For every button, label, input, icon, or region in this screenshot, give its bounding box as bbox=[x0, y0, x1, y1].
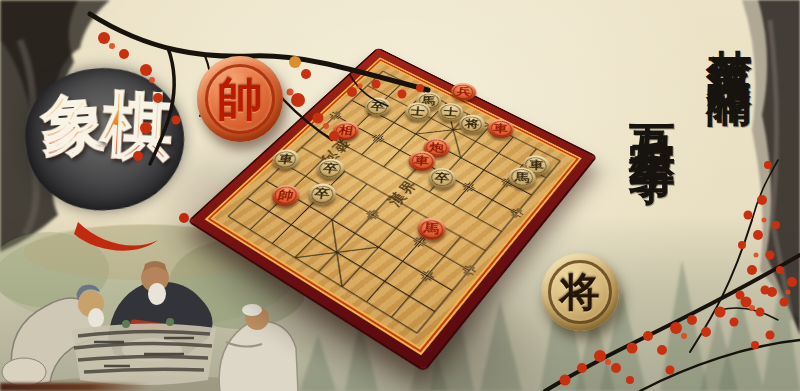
bottom-left-ink-strip bbox=[0, 383, 150, 391]
piece-glyph: 兵 bbox=[456, 87, 471, 98]
xiangqi-piece-red: 兵 bbox=[446, 80, 480, 104]
xiangqi-piece-red: 車 bbox=[483, 116, 518, 142]
piece-glyph: 卒 bbox=[370, 101, 386, 112]
logo-char-qi: 棋 bbox=[100, 89, 174, 163]
xiangqi-piece-red: 馬 bbox=[412, 214, 451, 245]
piece-glyph: 士 bbox=[443, 107, 458, 118]
xiangqi-piece-black: 卒 bbox=[360, 94, 395, 119]
xiangqi-logo: 象 棋 bbox=[20, 60, 195, 220]
logo-char-xiang: 象 bbox=[40, 91, 108, 159]
slogan-chu-he-han-jie: 楚河汉界相隔 bbox=[707, 12, 753, 54]
piece-glyph: 卒 bbox=[434, 172, 450, 184]
black-general-glyph: 将 bbox=[560, 272, 600, 312]
xiangqi-piece-black: 卒 bbox=[303, 180, 341, 209]
xiangqi-piece-red: 相 bbox=[328, 118, 364, 144]
piece-glyph: 車 bbox=[493, 123, 508, 134]
piece-glyph: 帥 bbox=[277, 189, 295, 202]
slogan-wan-ma-qian-jun: 万马千军纷争 bbox=[630, 88, 676, 130]
piece-glyph: 車 bbox=[277, 153, 294, 165]
decorative-red-general-piece: 帥 bbox=[197, 56, 283, 142]
xiangqi-piece-red: 帥 bbox=[266, 181, 304, 210]
piece-glyph: 卒 bbox=[322, 163, 339, 175]
piece-glyph: 馬 bbox=[514, 171, 529, 183]
xiangqi-piece-black: 車 bbox=[267, 146, 304, 174]
piece-glyph: 車 bbox=[529, 159, 544, 171]
piece-glyph: 車 bbox=[414, 155, 430, 167]
red-general-glyph: 帥 bbox=[217, 76, 263, 122]
piece-glyph: 卒 bbox=[313, 188, 330, 201]
decorative-black-general-piece: 将 bbox=[541, 253, 619, 331]
piece-glyph: 炮 bbox=[429, 142, 445, 154]
ink-wash-rock-right bbox=[700, 0, 800, 360]
piece-glyph: 馬 bbox=[423, 222, 440, 236]
piece-glyph: 将 bbox=[464, 118, 479, 129]
xiangqi-banner: 楚河 漢界 兵車馬士将車士馬卒炮車卒相卒馬車卒帥 帥 将 象 棋 楚河汉界相隔 … bbox=[0, 0, 800, 391]
logo-red-stroke bbox=[50, 152, 200, 262]
piece-glyph: 士 bbox=[410, 106, 425, 117]
xiangqi-piece-black: 卒 bbox=[312, 155, 349, 183]
piece-glyph: 相 bbox=[338, 125, 354, 136]
